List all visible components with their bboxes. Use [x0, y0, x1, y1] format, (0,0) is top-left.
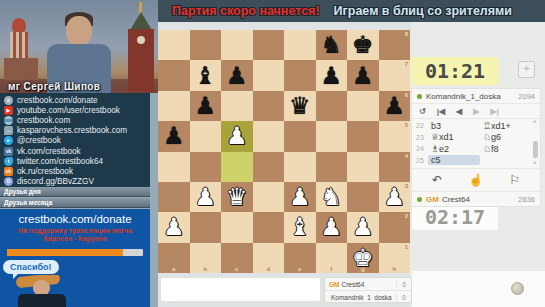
- square-d7[interactable]: [253, 60, 285, 90]
- black-move[interactable]: ♘f8: [480, 144, 532, 154]
- banner-status: Партия скоро начнется!: [172, 4, 320, 18]
- donation-progress-bar: [7, 249, 143, 256]
- sidebar-link-label: crestbook.com/donate: [17, 96, 98, 105]
- sidebar: мг Сергей Шипов ¤crestbook.com/donate▶yo…: [0, 0, 158, 307]
- takeback-button[interactable]: ↶: [432, 173, 442, 187]
- coord-rank-6: 6: [405, 92, 408, 98]
- white-bishop: ♝: [284, 212, 316, 242]
- move-number: 22: [412, 122, 428, 129]
- square-b3[interactable]: ♟: [190, 182, 222, 212]
- move-row: 23♕xd1♘g6: [412, 132, 540, 144]
- sidebar-link[interactable]: vkvk.com/crestbook: [4, 146, 150, 156]
- square-d4[interactable]: [253, 152, 285, 182]
- add-time-button[interactable]: +: [518, 61, 535, 78]
- coord-rank-7: 7: [405, 61, 408, 67]
- square-b7[interactable]: ♝: [190, 60, 222, 90]
- square-h3[interactable]: ♟3: [379, 182, 411, 212]
- coord-file-c: c: [235, 266, 238, 272]
- donate-title: crestbook.com/donate: [0, 213, 150, 225]
- sidebar-link[interactable]: Ddiscord.gg/BBvZZGV: [4, 177, 150, 187]
- black-king: ♚: [347, 30, 379, 60]
- square-b4[interactable]: [190, 152, 222, 182]
- prev-move-button[interactable]: ◀: [456, 107, 462, 116]
- square-a1[interactable]: a: [158, 243, 190, 273]
- square-c5[interactable]: ♟: [221, 121, 253, 151]
- square-f5[interactable]: [316, 121, 348, 151]
- black-clock: 01:21: [411, 57, 499, 85]
- move-row: 22b3♖xd1+: [412, 120, 540, 132]
- youtube-icon: ▶: [4, 106, 13, 115]
- square-g4[interactable]: [347, 152, 379, 182]
- online-dot-icon: [417, 197, 422, 202]
- square-g8[interactable]: ♚: [347, 30, 379, 60]
- sidebar-link[interactable]: crestbook.com: [4, 115, 150, 125]
- square-g3[interactable]: [347, 182, 379, 212]
- banner-subtitle: Играем в блиц со зрителями: [334, 4, 512, 18]
- twitter-icon: t: [4, 157, 13, 166]
- replay-controls: ↺|◀◀▶▶|: [412, 103, 540, 118]
- score-value: 0: [396, 294, 411, 301]
- white-pawn: ♟: [158, 212, 190, 242]
- sidebar-link[interactable]: …kasparovchess.crestbook.com: [4, 126, 150, 136]
- black-pawn: ♟: [316, 60, 348, 90]
- square-c1[interactable]: c: [221, 243, 253, 273]
- square-e7[interactable]: [284, 60, 316, 90]
- online-dot-icon: [417, 94, 422, 99]
- coord-file-a: a: [172, 266, 175, 272]
- stream-screen: Партия скоро начнется! Играем в блиц со …: [0, 0, 545, 307]
- sidebar-link[interactable]: ▸@crestbook: [4, 136, 150, 146]
- black-pawn: ♟: [347, 60, 379, 90]
- coord-rank-3: 3: [405, 183, 408, 189]
- chess-board: ♞♚8♝♟♟♟7♟♛♟6♟♟54♟♛♟♞♟3♟♝♟♟2abcdef♚g1h: [158, 30, 410, 273]
- sidebar-link-label: twitter.com/crestbook64: [17, 157, 103, 166]
- forum-icon: …: [4, 126, 13, 135]
- square-c3[interactable]: ♛: [221, 182, 253, 212]
- sidebar-link-label: kasparovchess.crestbook.com: [17, 126, 127, 135]
- scroll-down-arrow[interactable]: ˅: [533, 160, 537, 166]
- white-pawn: ♟: [347, 212, 379, 242]
- square-g2[interactable]: ♟: [347, 212, 379, 242]
- white-move[interactable]: c5: [428, 155, 480, 165]
- sidebar-link[interactable]: ¤crestbook.com/donate: [4, 95, 150, 105]
- black-knight: ♞: [316, 30, 348, 60]
- square-f8[interactable]: ♞: [316, 30, 348, 60]
- square-h1[interactable]: 1h: [379, 243, 411, 273]
- table-row: Komandnik_1_doska 0: [325, 291, 411, 303]
- white-clock: 02:17: [411, 203, 499, 231]
- top-banner: Партия скоро начнется! Играем в блиц со …: [158, 0, 545, 22]
- table-row: GMCrest64 0: [325, 278, 411, 291]
- square-a6[interactable]: [158, 91, 190, 121]
- coord-file-d: d: [266, 266, 270, 272]
- square-d3[interactable]: [253, 182, 285, 212]
- square-f2[interactable]: ♟: [316, 212, 348, 242]
- donate-panel: crestbook.com/donate На поддержку трансл…: [0, 209, 150, 307]
- move-number: 23: [412, 134, 428, 141]
- player-bottom-title: GM: [426, 195, 439, 204]
- move-list: ˄ ˅ 22b3♖xd1+23♕xd1♘g624♗e2♘f825c5: [412, 118, 540, 168]
- coord-rank-4: 4: [405, 153, 408, 159]
- white-move[interactable]: ♗e2: [428, 144, 480, 154]
- white-pawn: ♟: [221, 121, 253, 151]
- square-h8[interactable]: 8: [379, 30, 411, 60]
- coord-rank-8: 8: [405, 31, 408, 37]
- square-d6[interactable]: [253, 91, 285, 121]
- section-friends-day[interactable]: Друзья дня: [0, 187, 150, 197]
- cathedral-image: [4, 18, 38, 80]
- sidebar-link-label: crestbook.com: [17, 116, 70, 125]
- square-e2[interactable]: ♝: [284, 212, 316, 242]
- sidebar-link[interactable]: ▶youtube.com/user/crestbook: [4, 105, 150, 115]
- square-a4[interactable]: [158, 152, 190, 182]
- chat-footer: [412, 271, 545, 307]
- scrollbar-thumb[interactable]: [533, 141, 538, 158]
- draw-button[interactable]: ☝: [468, 173, 483, 187]
- coord-file-h: h: [392, 266, 396, 272]
- black-move[interactable]: ♘g6: [480, 132, 532, 142]
- square-f7[interactable]: ♟: [316, 60, 348, 90]
- black-bishop: ♝: [190, 60, 222, 90]
- square-a5[interactable]: ♟: [158, 121, 190, 151]
- white-pawn: ♟: [190, 182, 222, 212]
- white-move[interactable]: ♕xd1: [428, 132, 480, 142]
- score-value: 0: [396, 281, 411, 288]
- move-number: 25: [412, 157, 428, 164]
- sidebar-link[interactable]: okok.ru/crestbook: [4, 166, 150, 176]
- scroll-up-arrow[interactable]: ˄: [533, 119, 537, 125]
- move-row: 25c5: [412, 155, 540, 167]
- last-move-button[interactable]: ▶|: [490, 107, 498, 116]
- avatar[interactable]: [511, 282, 524, 295]
- square-h6[interactable]: ♟6: [379, 91, 411, 121]
- move-number: 24: [412, 145, 428, 152]
- square-g6[interactable]: [347, 91, 379, 121]
- square-c7[interactable]: ♟: [221, 60, 253, 90]
- sidebar-link-label: @crestbook: [17, 136, 61, 145]
- chat-input[interactable]: [160, 277, 321, 302]
- coord-file-f: f: [330, 266, 332, 272]
- move-row: 24♗e2♘f8: [412, 143, 540, 155]
- square-c8[interactable]: [221, 30, 253, 60]
- game-card: Komandnik_1_doska 2094 ↺|◀◀▶▶| ˄ ˅ 22b3♖…: [411, 88, 541, 207]
- square-d8[interactable]: [253, 30, 285, 60]
- section-friends-month[interactable]: Друзья месяца: [0, 198, 150, 208]
- square-b6[interactable]: ♟: [190, 91, 222, 121]
- score-player-name: GMCrest64: [325, 281, 396, 288]
- streamer-name: мг Сергей Шипов: [8, 81, 100, 92]
- donation-progress-fill: [7, 249, 123, 256]
- scrollbar[interactable]: ˄ ˅: [532, 119, 539, 166]
- square-h7[interactable]: 7: [379, 60, 411, 90]
- player-top[interactable]: Komandnik_1_doska 2094: [412, 89, 540, 103]
- square-d2[interactable]: [253, 212, 285, 242]
- square-f6[interactable]: [316, 91, 348, 121]
- resign-button[interactable]: ⚐: [509, 173, 520, 187]
- player-bottom[interactable]: GM Crest64 2636: [412, 191, 540, 206]
- white-knight: ♞: [316, 182, 348, 212]
- black-pawn: ♟: [221, 60, 253, 90]
- player-bottom-rating: 2636: [518, 195, 535, 204]
- score-player-name: Komandnik_1_doska: [325, 294, 396, 301]
- flip-board-button[interactable]: ↺: [419, 107, 426, 116]
- kremlin-tower-image: [126, 2, 156, 92]
- square-e8[interactable]: [284, 30, 316, 60]
- square-a3[interactable]: [158, 182, 190, 212]
- square-d1[interactable]: d: [253, 243, 285, 273]
- player-bottom-name: Crest64: [442, 195, 470, 204]
- sidebar-links: ¤crestbook.com/donate▶youtube.com/user/c…: [0, 93, 150, 187]
- coord-file-b: b: [203, 266, 207, 272]
- square-g1[interactable]: ♚g: [347, 243, 379, 273]
- square-h5[interactable]: 5: [379, 121, 411, 151]
- square-f1[interactable]: f: [316, 243, 348, 273]
- square-e6[interactable]: ♛: [284, 91, 316, 121]
- square-b1[interactable]: b: [190, 243, 222, 273]
- square-a2[interactable]: ♟: [158, 212, 190, 242]
- black-move[interactable]: ♖xd1+: [480, 121, 532, 131]
- coord-rank-1: 1: [405, 244, 408, 250]
- sidebar-link-label: discord.gg/BBvZZGV: [17, 177, 94, 186]
- square-a8[interactable]: [158, 30, 190, 60]
- square-b5[interactable]: [190, 121, 222, 151]
- black-pawn: ♟: [190, 91, 222, 121]
- square-g7[interactable]: ♟: [347, 60, 379, 90]
- vk-icon: vk: [4, 147, 13, 156]
- player-top-rating: 2094: [518, 92, 535, 101]
- square-e5[interactable]: [284, 121, 316, 151]
- square-b8[interactable]: [190, 30, 222, 60]
- sidebar-link-label: youtube.com/user/crestbook: [17, 106, 120, 115]
- square-c4[interactable]: [221, 152, 253, 182]
- thanks-bubble: Спасибо!: [3, 260, 59, 274]
- streamer-cat-photo: [6, 275, 80, 307]
- square-c2[interactable]: [221, 212, 253, 242]
- square-h2[interactable]: 2: [379, 212, 411, 242]
- white-queen: ♛: [221, 182, 253, 212]
- white-pawn: ♟: [284, 182, 316, 212]
- black-pawn: ♟: [158, 121, 190, 151]
- coord-file-e: e: [298, 266, 301, 272]
- sidebar-link-label: ok.ru/crestbook: [17, 167, 73, 176]
- black-queen: ♛: [284, 91, 316, 121]
- square-h4[interactable]: 4: [379, 152, 411, 182]
- square-e1[interactable]: e: [284, 243, 316, 273]
- coord-file-g: g: [361, 266, 365, 272]
- donate-icon: ¤: [4, 96, 13, 105]
- first-move-button[interactable]: |◀: [437, 107, 445, 116]
- coord-rank-2: 2: [405, 213, 408, 219]
- donate-subtitle: На поддержку трансляции матча Карлсен - …: [0, 227, 150, 243]
- sidebar-link[interactable]: ttwitter.com/crestbook64: [4, 156, 150, 166]
- square-g5[interactable]: [347, 121, 379, 151]
- white-pawn: ♟: [316, 212, 348, 242]
- square-d5[interactable]: [253, 121, 285, 151]
- square-f3[interactable]: ♞: [316, 182, 348, 212]
- next-move-button[interactable]: ▶: [473, 107, 479, 116]
- white-move[interactable]: b3: [428, 121, 480, 131]
- globe-icon: [4, 116, 13, 125]
- square-e3[interactable]: ♟: [284, 182, 316, 212]
- square-c6[interactable]: [221, 91, 253, 121]
- square-f4[interactable]: [316, 152, 348, 182]
- square-a7[interactable]: [158, 60, 190, 90]
- ok-icon: ok: [4, 167, 13, 176]
- webcam: мг Сергей Шипов: [0, 0, 158, 93]
- player-top-name: Komandnik_1_doska: [426, 92, 501, 101]
- game-actions: ↶☝⚐: [412, 168, 540, 191]
- square-b2[interactable]: [190, 212, 222, 242]
- score-table: GMCrest64 0 Komandnik_1_doska 0: [324, 277, 412, 303]
- discord-icon: D: [4, 177, 13, 186]
- square-e4[interactable]: [284, 152, 316, 182]
- coord-rank-5: 5: [405, 122, 408, 128]
- telegram-icon: ▸: [4, 136, 13, 145]
- sidebar-link-label: vk.com/crestbook: [17, 147, 81, 156]
